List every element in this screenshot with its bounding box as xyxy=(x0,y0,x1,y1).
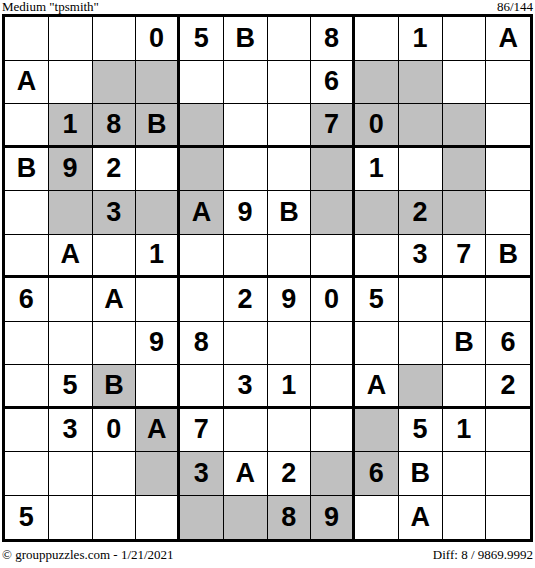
cell-r11c1[interactable] xyxy=(5,452,49,496)
cell-r10c4[interactable]: A xyxy=(136,409,180,453)
cell-r11c9[interactable]: 6 xyxy=(355,452,399,496)
cell-r3c9[interactable]: 0 xyxy=(355,104,399,148)
cell-r9c5[interactable] xyxy=(180,365,224,409)
cell-r7c2[interactable] xyxy=(49,278,93,322)
cell-r7c8[interactable]: 0 xyxy=(311,278,355,322)
puzzle-page: Medium "tpsmith" 86/144 05B81AA618B70B92… xyxy=(0,0,535,568)
cell-r2c12[interactable] xyxy=(486,61,530,105)
cell-r11c11[interactable] xyxy=(443,452,487,496)
cell-r10c9[interactable] xyxy=(355,409,399,453)
cell-r1c1[interactable] xyxy=(5,17,49,61)
cell-r1c3[interactable] xyxy=(93,17,137,61)
cell-r3c1[interactable] xyxy=(5,104,49,148)
cell-r8c10[interactable] xyxy=(399,322,443,366)
cell-r3c11[interactable] xyxy=(443,104,487,148)
cell-r6c1[interactable] xyxy=(5,235,49,279)
cell-r4c3[interactable]: 2 xyxy=(93,148,137,192)
cell-r6c3[interactable] xyxy=(93,235,137,279)
cell-r2c6[interactable] xyxy=(224,61,268,105)
cell-r6c8[interactable] xyxy=(311,235,355,279)
cell-r10c6[interactable] xyxy=(224,409,268,453)
cell-r3c2[interactable]: 1 xyxy=(49,104,93,148)
cell-r2c5[interactable] xyxy=(180,61,224,105)
cell-r4c10[interactable] xyxy=(399,148,443,192)
cell-r12c3[interactable] xyxy=(93,496,137,540)
cell-r11c2[interactable] xyxy=(49,452,93,496)
cell-r4c7[interactable] xyxy=(268,148,312,192)
cell-r7c6[interactable]: 2 xyxy=(224,278,268,322)
cell-r2c4[interactable] xyxy=(136,61,180,105)
cell-r2c8[interactable]: 6 xyxy=(311,61,355,105)
cell-r5c6[interactable]: 9 xyxy=(224,191,268,235)
cell-r8c12[interactable]: 6 xyxy=(486,322,530,366)
cell-r6c9[interactable] xyxy=(355,235,399,279)
cell-r1c10[interactable]: 1 xyxy=(399,17,443,61)
cell-r4c12[interactable] xyxy=(486,148,530,192)
cell-r8c7[interactable] xyxy=(268,322,312,366)
cell-r12c12[interactable] xyxy=(486,496,530,540)
cell-r3c4[interactable]: B xyxy=(136,104,180,148)
cell-r1c7[interactable] xyxy=(268,17,312,61)
cell-r7c1[interactable]: 6 xyxy=(5,278,49,322)
cell-r12c10[interactable]: A xyxy=(399,496,443,540)
cell-r5c12[interactable] xyxy=(486,191,530,235)
cell-r9c8[interactable] xyxy=(311,365,355,409)
cell-r4c8[interactable] xyxy=(311,148,355,192)
cell-r2c2[interactable] xyxy=(49,61,93,105)
cell-r10c3[interactable]: 0 xyxy=(93,409,137,453)
cell-r1c6[interactable]: B xyxy=(224,17,268,61)
cell-r7c11[interactable] xyxy=(443,278,487,322)
cell-r9c11[interactable] xyxy=(443,365,487,409)
cell-r3c10[interactable] xyxy=(399,104,443,148)
puzzle-title: Medium "tpsmith" xyxy=(2,0,99,14)
cell-r9c7[interactable]: 1 xyxy=(268,365,312,409)
cell-r11c4[interactable] xyxy=(136,452,180,496)
cell-r9c9[interactable]: A xyxy=(355,365,399,409)
cell-r5c2[interactable] xyxy=(49,191,93,235)
cell-r5c9[interactable] xyxy=(355,191,399,235)
cell-r11c5[interactable]: 3 xyxy=(180,452,224,496)
cell-r5c4[interactable] xyxy=(136,191,180,235)
cell-r4c4[interactable] xyxy=(136,148,180,192)
cell-r6c2[interactable]: A xyxy=(49,235,93,279)
cell-r1c8[interactable]: 8 xyxy=(311,17,355,61)
cell-r7c3[interactable]: A xyxy=(93,278,137,322)
cell-r10c7[interactable] xyxy=(268,409,312,453)
cell-r12c2[interactable] xyxy=(49,496,93,540)
cell-r5c8[interactable] xyxy=(311,191,355,235)
cell-r12c1[interactable]: 5 xyxy=(5,496,49,540)
cell-r6c5[interactable] xyxy=(180,235,224,279)
cell-r4c2[interactable]: 9 xyxy=(49,148,93,192)
cell-r1c11[interactable] xyxy=(443,17,487,61)
cell-r12c11[interactable] xyxy=(443,496,487,540)
cell-r1c4[interactable]: 0 xyxy=(136,17,180,61)
cell-r8c8[interactable] xyxy=(311,322,355,366)
sudoku-board: 05B81AA618B70B9213A9B2A137B6A290598B65B3… xyxy=(2,14,533,542)
footer: © grouppuzzles.com - 1/21/2021 Diff: 8 /… xyxy=(2,545,533,565)
cell-r3c3[interactable]: 8 xyxy=(93,104,137,148)
cell-r6c4[interactable]: 1 xyxy=(136,235,180,279)
cell-r12c8[interactable]: 9 xyxy=(311,496,355,540)
difficulty-score: Diff: 8 / 9869.9992 xyxy=(433,547,533,563)
cell-r7c5[interactable] xyxy=(180,278,224,322)
progress-counter: 86/144 xyxy=(497,0,533,14)
header: Medium "tpsmith" 86/144 xyxy=(2,0,533,14)
cell-r10c12[interactable] xyxy=(486,409,530,453)
cell-r1c9[interactable] xyxy=(355,17,399,61)
cell-r4c11[interactable] xyxy=(443,148,487,192)
cell-r8c5[interactable]: 8 xyxy=(180,322,224,366)
cell-r3c6[interactable] xyxy=(224,104,268,148)
cell-r10c2[interactable]: 3 xyxy=(49,409,93,453)
cell-r7c10[interactable] xyxy=(399,278,443,322)
cell-r5c7[interactable]: B xyxy=(268,191,312,235)
cell-r5c3[interactable]: 3 xyxy=(93,191,137,235)
cell-r11c3[interactable] xyxy=(93,452,137,496)
cell-r5c10[interactable]: 2 xyxy=(399,191,443,235)
cell-r8c2[interactable] xyxy=(49,322,93,366)
cell-r5c11[interactable] xyxy=(443,191,487,235)
cell-r8c9[interactable] xyxy=(355,322,399,366)
cell-r3c5[interactable] xyxy=(180,104,224,148)
cell-r8c6[interactable] xyxy=(224,322,268,366)
cell-r4c5[interactable] xyxy=(180,148,224,192)
cell-r11c7[interactable]: 2 xyxy=(268,452,312,496)
cell-r10c8[interactable] xyxy=(311,409,355,453)
cell-r8c1[interactable] xyxy=(5,322,49,366)
cell-r10c1[interactable] xyxy=(5,409,49,453)
cell-r8c4[interactable]: 9 xyxy=(136,322,180,366)
cell-r11c6[interactable]: A xyxy=(224,452,268,496)
cell-r7c7[interactable]: 9 xyxy=(268,278,312,322)
cell-r4c1[interactable]: B xyxy=(5,148,49,192)
cell-r12c5[interactable] xyxy=(180,496,224,540)
cell-r7c4[interactable] xyxy=(136,278,180,322)
cell-r2c3[interactable] xyxy=(93,61,137,105)
cell-r5c5[interactable]: A xyxy=(180,191,224,235)
cell-r12c7[interactable]: 8 xyxy=(268,496,312,540)
cell-r4c9[interactable]: 1 xyxy=(355,148,399,192)
cell-r2c10[interactable] xyxy=(399,61,443,105)
cell-r5c1[interactable] xyxy=(5,191,49,235)
cell-r12c4[interactable] xyxy=(136,496,180,540)
cell-r1c5[interactable]: 5 xyxy=(180,17,224,61)
cell-r10c11[interactable]: 1 xyxy=(443,409,487,453)
cell-r8c11[interactable]: B xyxy=(443,322,487,366)
cell-r7c9[interactable]: 5 xyxy=(355,278,399,322)
cell-r2c1[interactable]: A xyxy=(5,61,49,105)
cell-r1c12[interactable]: A xyxy=(486,17,530,61)
cell-r3c8[interactable]: 7 xyxy=(311,104,355,148)
cell-r3c12[interactable] xyxy=(486,104,530,148)
cell-r2c11[interactable] xyxy=(443,61,487,105)
cell-r6c7[interactable] xyxy=(268,235,312,279)
cell-r9c2[interactable]: 5 xyxy=(49,365,93,409)
cell-r10c5[interactable]: 7 xyxy=(180,409,224,453)
cell-r11c8[interactable] xyxy=(311,452,355,496)
cell-r2c9[interactable] xyxy=(355,61,399,105)
cell-r6c10[interactable]: 3 xyxy=(399,235,443,279)
cell-r9c4[interactable] xyxy=(136,365,180,409)
cell-r6c12[interactable]: B xyxy=(486,235,530,279)
cell-r10c10[interactable]: 5 xyxy=(399,409,443,453)
cell-r9c3[interactable]: B xyxy=(93,365,137,409)
cell-r12c9[interactable] xyxy=(355,496,399,540)
cell-r9c1[interactable] xyxy=(5,365,49,409)
cell-r7c12[interactable] xyxy=(486,278,530,322)
cell-r6c11[interactable]: 7 xyxy=(443,235,487,279)
cell-r9c12[interactable]: 2 xyxy=(486,365,530,409)
cell-r2c7[interactable] xyxy=(268,61,312,105)
cell-r9c10[interactable] xyxy=(399,365,443,409)
copyright-date: © grouppuzzles.com - 1/21/2021 xyxy=(2,547,174,563)
cell-r8c3[interactable] xyxy=(93,322,137,366)
cell-r12c6[interactable] xyxy=(224,496,268,540)
cell-r4c6[interactable] xyxy=(224,148,268,192)
cell-r6c6[interactable] xyxy=(224,235,268,279)
cell-r1c2[interactable] xyxy=(49,17,93,61)
cell-r3c7[interactable] xyxy=(268,104,312,148)
cell-r11c10[interactable]: B xyxy=(399,452,443,496)
cell-r9c6[interactable]: 3 xyxy=(224,365,268,409)
cell-r11c12[interactable] xyxy=(486,452,530,496)
